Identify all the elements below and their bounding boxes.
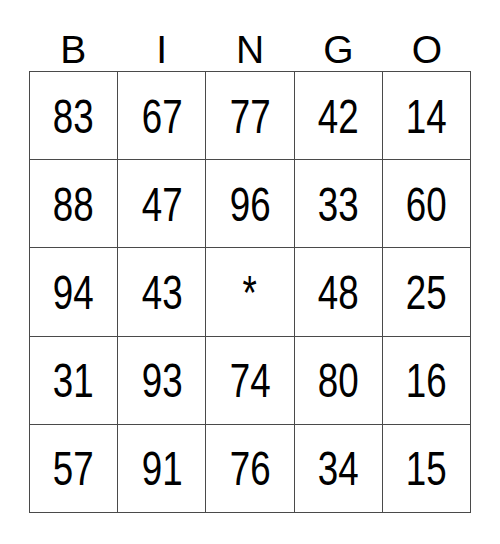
cell-value: 47 [141,176,182,232]
bingo-cell[interactable]: 48 [295,248,382,335]
bingo-cell[interactable]: 14 [383,72,470,159]
cell-value: 15 [406,440,447,496]
bingo-cell[interactable]: 74 [206,337,293,424]
cell-value: 96 [230,176,271,232]
bingo-cell[interactable]: 80 [295,337,382,424]
cell-value: 74 [230,352,271,408]
column-letter-g: G [294,30,382,71]
cell-value: 94 [53,264,94,320]
cell-value: 16 [406,352,447,408]
cell-value: 42 [318,88,359,144]
free-space-symbol: * [243,264,257,320]
column-letter-o: O [383,30,471,71]
bingo-cell[interactable]: 15 [383,425,470,512]
cell-value: 93 [141,352,182,408]
cell-value: 57 [53,440,94,496]
cell-value: 34 [318,440,359,496]
bingo-card: B I N G O 83 67 77 42 14 88 47 96 33 60 … [29,0,471,513]
cell-value: 31 [53,352,94,408]
cell-value: 76 [230,440,271,496]
bingo-cell[interactable]: 94 [30,248,117,335]
bingo-cell[interactable]: 43 [118,248,205,335]
cell-value: 14 [406,88,447,144]
bingo-cell[interactable]: 47 [118,160,205,247]
bingo-cell[interactable]: 83 [30,72,117,159]
column-letter-n: N [206,30,294,71]
cell-value: 33 [318,176,359,232]
cell-value: 77 [230,88,271,144]
bingo-cell[interactable]: 93 [118,337,205,424]
bingo-cell[interactable]: 31 [30,337,117,424]
cell-value: 60 [406,176,447,232]
header-row: B I N G O [29,0,471,71]
bingo-cell[interactable]: 77 [206,72,293,159]
cell-value: 80 [318,352,359,408]
bingo-cell[interactable]: 96 [206,160,293,247]
bingo-grid: 83 67 77 42 14 88 47 96 33 60 94 43 * 48… [29,71,471,513]
bingo-cell[interactable]: 25 [383,248,470,335]
bingo-cell[interactable]: 57 [30,425,117,512]
cell-value: 25 [406,264,447,320]
cell-value: 91 [141,440,182,496]
cell-value: 83 [53,88,94,144]
bingo-cell[interactable]: 34 [295,425,382,512]
cell-value: 48 [318,264,359,320]
column-letter-i: I [117,30,205,71]
bingo-cell[interactable]: 42 [295,72,382,159]
cell-value: 88 [53,176,94,232]
bingo-cell[interactable]: 16 [383,337,470,424]
bingo-cell[interactable]: 67 [118,72,205,159]
bingo-cell[interactable]: 91 [118,425,205,512]
bingo-cell[interactable]: 33 [295,160,382,247]
bingo-cell[interactable]: 88 [30,160,117,247]
cell-value: 67 [141,88,182,144]
bingo-cell[interactable]: 76 [206,425,293,512]
bingo-free-space-cell[interactable]: * [206,248,293,335]
cell-value: 43 [141,264,182,320]
column-letter-b: B [29,30,117,71]
bingo-cell[interactable]: 60 [383,160,470,247]
